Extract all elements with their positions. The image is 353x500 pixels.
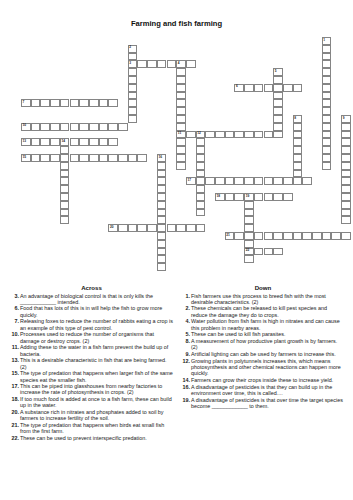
grid-cell[interactable]: 9 <box>341 115 351 123</box>
grid-cell[interactable] <box>215 177 225 185</box>
grid-cell[interactable] <box>341 193 351 201</box>
grid-cell[interactable] <box>244 131 254 139</box>
grid-cell[interactable]: 21 <box>225 232 235 240</box>
grid-cell[interactable] <box>176 224 186 232</box>
grid-cell[interactable] <box>283 232 293 240</box>
grid-cell[interactable] <box>273 123 283 131</box>
grid-cell[interactable] <box>341 131 351 139</box>
clue-number: 14. <box>181 377 190 383</box>
grid-cell[interactable] <box>205 131 215 139</box>
grid-cell[interactable] <box>244 216 254 224</box>
grid-cell[interactable] <box>196 185 206 193</box>
grid-cell[interactable] <box>293 138 303 146</box>
grid-cell[interactable] <box>157 224 167 232</box>
grid-cell[interactable] <box>128 107 138 115</box>
grid-cell[interactable] <box>196 162 206 170</box>
grid-cell[interactable] <box>176 162 186 170</box>
cell-number: 5 <box>275 69 277 73</box>
grid-cell[interactable] <box>176 84 186 92</box>
grid-cell[interactable] <box>254 177 264 185</box>
clue-item: 10.Processes used to reduce the number o… <box>10 331 173 343</box>
grid-cell[interactable] <box>234 131 244 139</box>
grid-cell[interactable] <box>60 209 70 217</box>
grid-cell[interactable] <box>283 177 293 185</box>
grid-cell[interactable] <box>60 201 70 209</box>
cell-number: 1 <box>323 38 325 42</box>
grid-cell[interactable] <box>293 154 303 162</box>
grid-cell[interactable] <box>31 138 41 146</box>
grid-cell[interactable] <box>283 84 293 92</box>
clue-text: This is a desirable characteristic in fi… <box>20 357 167 369</box>
puzzle-title: Farming and fish farming <box>0 19 353 28</box>
grid-cell[interactable] <box>157 209 167 217</box>
grid-cell[interactable] <box>186 131 196 139</box>
grid-cell[interactable] <box>264 232 274 240</box>
grid-cell[interactable] <box>50 138 60 146</box>
grid-cell[interactable] <box>341 162 351 170</box>
grid-cell[interactable] <box>118 224 128 232</box>
grid-cell[interactable] <box>40 99 50 107</box>
grid-cell[interactable]: 5 <box>273 68 283 76</box>
clue-text: The type of predation that happens when … <box>20 370 173 382</box>
cell-number: 17 <box>187 178 191 182</box>
grid-cell[interactable] <box>341 209 351 217</box>
grid-cell[interactable] <box>70 123 80 131</box>
clue-item: 21.The type of predation that happens wh… <box>10 422 173 434</box>
grid-cell[interactable] <box>128 154 138 162</box>
grid-cell[interactable] <box>89 99 99 107</box>
cell-number: 6 <box>236 84 238 88</box>
clue-text: These can be used to prevent interspecif… <box>20 435 147 441</box>
grid-cell[interactable]: 17 <box>186 177 196 185</box>
clue-number: 12. <box>181 358 190 364</box>
grid-cell[interactable] <box>128 115 138 123</box>
cell-number: 12 <box>197 131 201 135</box>
grid-cell[interactable] <box>341 216 351 224</box>
grid-cell[interactable] <box>322 146 332 154</box>
grid-cell[interactable] <box>264 131 274 139</box>
clue-text: A disadvantage of pesticides is that the… <box>191 384 332 396</box>
grid-cell[interactable] <box>205 177 215 185</box>
grid-cell[interactable] <box>40 138 50 146</box>
grid-cell[interactable] <box>128 92 138 100</box>
grid-cell[interactable] <box>60 170 70 178</box>
grid-cell[interactable] <box>322 84 332 92</box>
grid-cell[interactable] <box>322 53 332 61</box>
grid-cell[interactable] <box>40 154 50 162</box>
grid-cell[interactable] <box>147 224 157 232</box>
clue-number: 19. <box>181 397 190 403</box>
cell-number: 21 <box>226 233 230 237</box>
cell-number: 11 <box>178 131 181 135</box>
clue-text: Processes used to reduce the number of o… <box>20 331 154 343</box>
grid-cell[interactable] <box>89 138 99 146</box>
clue-text: Fish farmers use this process to breed f… <box>191 293 326 305</box>
clue-text: A measurement of how productive plant gr… <box>191 338 337 350</box>
grid-cell[interactable] <box>322 76 332 84</box>
grid-cell[interactable] <box>293 232 303 240</box>
clue-item: 13.This is a desirable characteristic in… <box>10 357 173 369</box>
clues-across-section: Across 3.An advantage of biological cont… <box>10 284 173 442</box>
grid-cell[interactable] <box>254 131 264 139</box>
cell-number: 2 <box>129 45 131 49</box>
grid-cell[interactable] <box>157 255 167 263</box>
clue-text: A disadvantage of pesticides is that ove… <box>191 397 343 409</box>
grid-cell[interactable] <box>157 240 167 248</box>
clue-number: 2. <box>181 305 190 311</box>
grid-cell[interactable] <box>341 138 351 146</box>
grid-cell[interactable] <box>176 92 186 100</box>
grid-cell[interactable] <box>99 123 109 131</box>
clue-text: Farmers can grow their crops inside thes… <box>191 377 333 383</box>
grid-cell[interactable] <box>60 154 70 162</box>
grid-cell[interactable]: 4 <box>176 60 186 68</box>
grid-cell[interactable] <box>176 115 186 123</box>
grid-cell[interactable] <box>273 115 283 123</box>
grid-cell[interactable] <box>244 224 254 232</box>
clue-number: 1. <box>181 293 190 299</box>
grid-cell[interactable] <box>70 138 80 146</box>
clue-text: Water pollution from fish farm is high i… <box>191 318 340 330</box>
grid-cell[interactable]: 20 <box>108 224 118 232</box>
grid-cell[interactable] <box>341 185 351 193</box>
grid-cell[interactable] <box>89 123 99 131</box>
clue-text: A substance rich in nitrates and phospha… <box>20 409 164 421</box>
grid-cell[interactable] <box>293 170 303 178</box>
clue-item: 6.Food that has lots of this is in will … <box>10 305 173 317</box>
grid-cell[interactable] <box>254 232 264 240</box>
grid-cell[interactable] <box>118 154 128 162</box>
grid-cell[interactable]: 10 <box>21 123 31 131</box>
grid-cell[interactable] <box>215 131 225 139</box>
clue-text: Food that has lots of this is in will he… <box>20 305 162 317</box>
grid-cell[interactable] <box>341 123 351 131</box>
grid-cell[interactable] <box>176 99 186 107</box>
grid-cell[interactable] <box>244 240 254 248</box>
grid-cell[interactable] <box>128 99 138 107</box>
grid-cell[interactable] <box>50 123 60 131</box>
grid-cell[interactable] <box>273 232 283 240</box>
grid-cell[interactable]: 18 <box>215 193 225 201</box>
grid-cell[interactable] <box>302 232 312 240</box>
grid-cell[interactable] <box>322 162 332 170</box>
clue-number: 20. <box>10 409 19 415</box>
grid-cell[interactable] <box>254 193 264 201</box>
worksheet-page: Farming and fish farming 123456789101112… <box>0 0 353 500</box>
grid-cell[interactable] <box>128 76 138 84</box>
grid-cell[interactable] <box>331 232 341 240</box>
clue-item: 9.Artificial lighting can cab be used by… <box>181 351 345 357</box>
grid-cell[interactable] <box>89 154 99 162</box>
grid-cell[interactable]: 12 <box>196 131 206 139</box>
grid-cell[interactable] <box>176 68 186 76</box>
grid-cell[interactable] <box>273 99 283 107</box>
clue-text: Artificial lighting can cab be used by f… <box>191 351 336 357</box>
grid-cell[interactable] <box>322 115 332 123</box>
clue-text: These can be used to kill fish parasites… <box>191 331 285 337</box>
grid-cell[interactable]: 8 <box>293 115 303 123</box>
grid-cell[interactable] <box>302 177 312 185</box>
cell-number: 19 <box>246 194 250 198</box>
clue-number: 18. <box>10 396 19 402</box>
down-clue-list: 1.Fish farmers use this process to breed… <box>181 293 345 410</box>
grid-cell[interactable] <box>60 193 70 201</box>
grid-cell[interactable] <box>322 123 332 131</box>
grid-cell[interactable]: 16 <box>157 154 167 162</box>
cell-number: 10 <box>23 123 27 127</box>
grid-cell[interactable] <box>137 154 147 162</box>
grid-cell[interactable] <box>196 146 206 154</box>
grid-cell[interactable] <box>322 60 332 68</box>
grid-cell[interactable] <box>264 248 274 256</box>
grid-cell[interactable] <box>273 76 283 84</box>
grid-cell[interactable] <box>186 60 196 68</box>
clue-item: 11.Adding these to the water in a fish f… <box>10 344 173 356</box>
grid-cell[interactable] <box>157 185 167 193</box>
grid-cell[interactable] <box>341 146 351 154</box>
grid-cell[interactable] <box>108 123 118 131</box>
grid-cell[interactable] <box>31 99 41 107</box>
grid-cell[interactable] <box>322 45 332 53</box>
grid-cell[interactable] <box>118 123 128 131</box>
grid-cell[interactable] <box>264 177 274 185</box>
crossword-grid[interactable]: 12345678910111213141516171819202122 <box>21 37 352 272</box>
clue-text: These chemicals can be released to kill … <box>191 305 327 317</box>
clue-text: The type of predation that happens when … <box>20 422 164 434</box>
clue-text: Releasing foxes to reduce the number of … <box>20 318 173 330</box>
clue-item: 15.The type of predation that happens wh… <box>10 370 173 382</box>
grid-cell[interactable] <box>176 76 186 84</box>
grid-cell[interactable]: 3 <box>128 60 138 68</box>
grid-cell[interactable] <box>176 138 186 146</box>
grid-cell[interactable] <box>244 232 254 240</box>
clue-item: 12.Growing plants in polytunnels increas… <box>181 358 345 376</box>
clue-number: 9. <box>181 351 190 357</box>
grid-cell[interactable] <box>293 162 303 170</box>
grid-cell[interactable] <box>283 193 293 201</box>
grid-cell[interactable] <box>99 154 109 162</box>
grid-cell[interactable] <box>293 177 303 185</box>
grid-cell[interactable] <box>99 138 109 146</box>
grid-cell[interactable]: 14 <box>60 138 70 146</box>
grid-cell[interactable] <box>128 84 138 92</box>
grid-cell[interactable] <box>196 193 206 201</box>
clue-item: 1.Fish farmers use this process to breed… <box>181 293 345 305</box>
grid-cell[interactable] <box>70 154 80 162</box>
grid-cell[interactable] <box>341 232 351 240</box>
grid-cell[interactable] <box>322 154 332 162</box>
across-clue-list: 3.An advantage of biological control is … <box>10 293 173 442</box>
clue-text: This can be piped into glasshouses from … <box>20 383 162 395</box>
clue-number: 22. <box>10 435 19 441</box>
grid-cell[interactable] <box>79 138 89 146</box>
clue-number: 3. <box>10 293 19 299</box>
grid-cell[interactable] <box>225 131 235 139</box>
grid-cell[interactable] <box>196 154 206 162</box>
grid-cell[interactable] <box>60 216 70 224</box>
grid-cell[interactable] <box>60 177 70 185</box>
grid-cell[interactable] <box>322 138 332 146</box>
grid-cell[interactable]: 2 <box>128 45 138 53</box>
grid-cell[interactable] <box>157 170 167 178</box>
grid-cell[interactable] <box>293 84 303 92</box>
grid-cell[interactable] <box>293 146 303 154</box>
clues-down-section: Down 1.Fish farmers use this process to … <box>181 284 345 410</box>
grid-cell[interactable]: 1 <box>322 37 332 45</box>
grid-cell[interactable] <box>244 84 254 92</box>
grid-cell[interactable] <box>108 154 118 162</box>
clue-number: 7. <box>10 318 19 324</box>
grid-cell[interactable] <box>167 224 177 232</box>
grid-cell[interactable] <box>108 138 118 146</box>
grid-cell[interactable]: 6 <box>234 84 244 92</box>
grid-cell[interactable] <box>196 209 206 217</box>
grid-cell[interactable] <box>128 53 138 61</box>
grid-cell[interactable] <box>128 224 138 232</box>
grid-cell[interactable] <box>60 162 70 170</box>
clue-item: 18.If too much food is added at once to … <box>10 396 173 408</box>
grid-cell[interactable] <box>254 84 264 92</box>
grid-cell[interactable] <box>137 224 147 232</box>
grid-cell[interactable]: 19 <box>244 193 254 201</box>
grid-cell[interactable] <box>31 154 41 162</box>
grid-cell[interactable] <box>79 123 89 131</box>
grid-cell[interactable] <box>341 154 351 162</box>
clue-item: 19.A disadvantage of pesticides is that … <box>181 397 345 409</box>
down-header: Down <box>181 284 345 291</box>
cell-number: 4 <box>178 61 180 65</box>
grid-cell[interactable] <box>128 68 138 76</box>
grid-cell[interactable]: 13 <box>21 138 31 146</box>
grid-cell[interactable] <box>234 177 244 185</box>
cell-number: 14 <box>61 139 65 143</box>
cell-number: 20 <box>110 225 114 229</box>
grid-cell[interactable] <box>293 131 303 139</box>
grid-cell[interactable] <box>341 170 351 178</box>
grid-cell[interactable] <box>322 99 332 107</box>
clue-item: 22.These can be used to prevent interspe… <box>10 435 173 441</box>
grid-cell[interactable] <box>273 131 283 139</box>
grid-cell[interactable]: 22 <box>244 248 254 256</box>
grid-cell[interactable] <box>234 193 244 201</box>
clue-number: 13. <box>10 357 19 363</box>
clue-item: 16.A disadvantage of pesticides is that … <box>181 384 345 396</box>
grid-cell[interactable] <box>176 146 186 154</box>
clue-number: 11. <box>10 344 19 350</box>
grid-cell[interactable] <box>225 177 235 185</box>
grid-cell[interactable]: 11 <box>176 131 186 139</box>
grid-cell[interactable] <box>244 209 254 217</box>
grid-cell[interactable] <box>60 185 70 193</box>
grid-cell[interactable] <box>157 162 167 170</box>
grid-cell[interactable] <box>293 123 303 131</box>
grid-cell[interactable] <box>254 248 264 256</box>
grid-cell[interactable] <box>322 68 332 76</box>
grid-cell[interactable] <box>137 60 147 68</box>
clue-number: 5. <box>181 331 190 337</box>
clue-item: 20.A substance rich in nitrates and phos… <box>10 409 173 421</box>
grid-cell[interactable] <box>196 201 206 209</box>
grid-cell[interactable] <box>176 107 186 115</box>
cell-number: 9 <box>343 116 345 120</box>
grid-cell[interactable] <box>167 60 177 68</box>
grid-cell[interactable] <box>322 92 332 100</box>
grid-cell[interactable] <box>196 224 206 232</box>
grid-cell[interactable] <box>157 216 167 224</box>
cell-number: 13 <box>23 139 27 143</box>
grid-cell[interactable]: 7 <box>21 99 31 107</box>
grid-cell[interactable] <box>273 84 283 92</box>
grid-cell[interactable] <box>50 99 60 107</box>
grid-cell[interactable] <box>244 255 254 263</box>
grid-cell[interactable] <box>225 193 235 201</box>
grid-cell[interactable] <box>341 201 351 209</box>
grid-cell[interactable] <box>273 107 283 115</box>
grid-cell[interactable] <box>40 123 50 131</box>
grid-cell[interactable] <box>31 123 41 131</box>
grid-cell[interactable] <box>322 232 332 240</box>
grid-cell[interactable] <box>157 177 167 185</box>
clue-number: 17. <box>10 383 19 389</box>
clue-text: Growing plants in polytunnels increases … <box>191 358 341 376</box>
grid-cell[interactable] <box>341 177 351 185</box>
clue-number: 6. <box>10 305 19 311</box>
grid-cell[interactable] <box>99 99 109 107</box>
grid-cell[interactable] <box>50 154 60 162</box>
grid-cell[interactable] <box>196 138 206 146</box>
grid-cell[interactable] <box>196 170 206 178</box>
grid-cell[interactable] <box>264 193 274 201</box>
grid-cell[interactable] <box>244 201 254 209</box>
grid-cell[interactable] <box>79 99 89 107</box>
grid-cell[interactable] <box>157 248 167 256</box>
grid-cell[interactable] <box>322 107 332 115</box>
grid-cell[interactable] <box>70 99 80 107</box>
grid-cell[interactable] <box>273 248 283 256</box>
grid-cell[interactable] <box>244 177 254 185</box>
grid-cell[interactable] <box>157 263 167 271</box>
grid-cell[interactable] <box>157 193 167 201</box>
clue-item: 8.A measurement of how productive plant … <box>181 338 345 350</box>
grid-cell[interactable] <box>273 177 283 185</box>
grid-cell[interactable] <box>157 201 167 209</box>
grid-cell[interactable] <box>157 232 167 240</box>
grid-cell[interactable] <box>273 193 283 201</box>
grid-cell[interactable] <box>176 123 186 131</box>
grid-cell[interactable] <box>60 123 70 131</box>
grid-cell[interactable] <box>264 84 274 92</box>
grid-cell[interactable] <box>196 177 206 185</box>
grid-cell[interactable] <box>273 92 283 100</box>
clue-item: 17.This can be piped into glasshouses fr… <box>10 383 173 395</box>
grid-cell[interactable]: 15 <box>21 154 31 162</box>
grid-cell[interactable] <box>157 60 167 68</box>
grid-cell[interactable] <box>176 154 186 162</box>
grid-cell[interactable] <box>60 99 70 107</box>
clue-number: 10. <box>10 331 19 337</box>
grid-cell[interactable] <box>147 60 157 68</box>
across-header: Across <box>10 284 173 291</box>
grid-cell[interactable] <box>322 131 332 139</box>
grid-cell[interactable] <box>108 99 118 107</box>
grid-cell[interactable] <box>186 224 196 232</box>
grid-cell[interactable] <box>60 146 70 154</box>
clue-number: 21. <box>10 422 19 428</box>
cell-number: 16 <box>158 155 162 159</box>
grid-cell[interactable] <box>79 154 89 162</box>
grid-cell[interactable] <box>234 232 244 240</box>
grid-cell[interactable] <box>312 232 322 240</box>
